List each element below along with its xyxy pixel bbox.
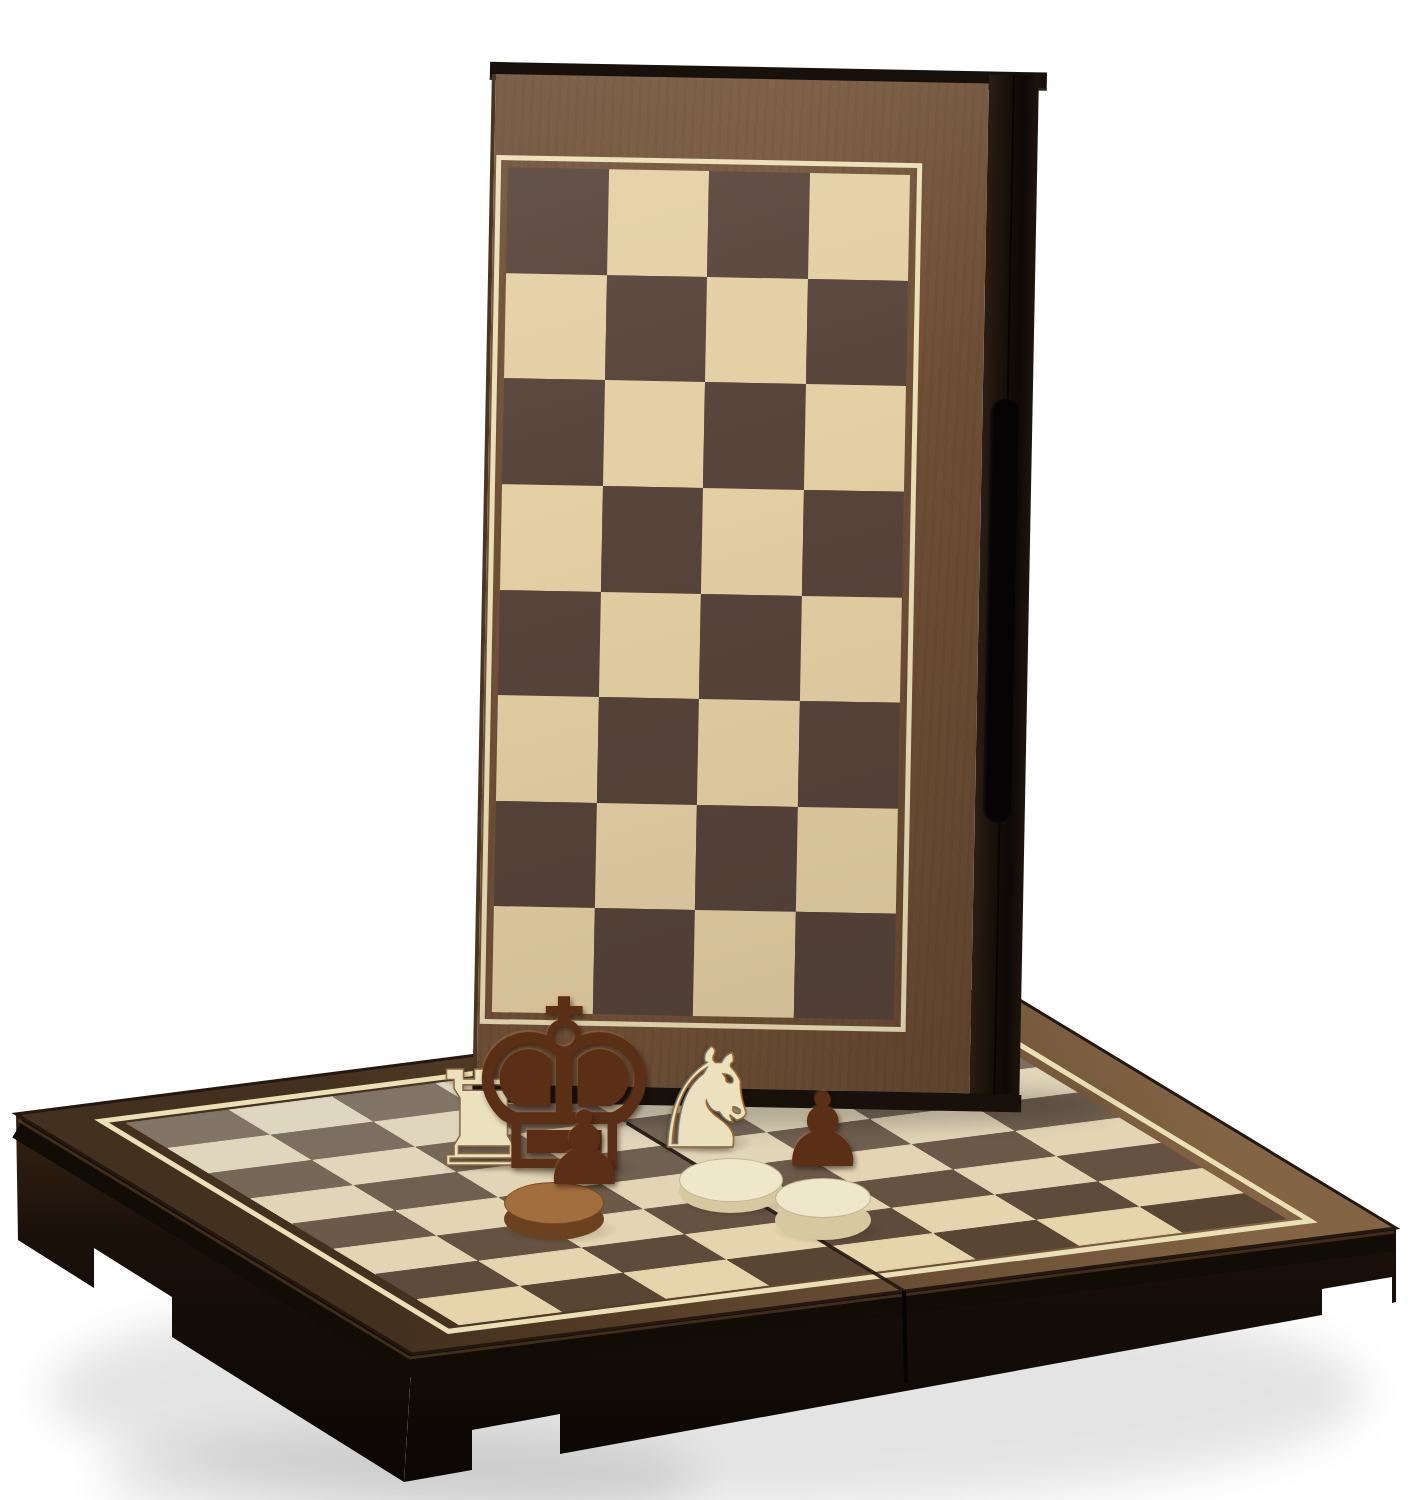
standing-square-r5c3 bbox=[699, 593, 802, 701]
standing-square-r1c3 bbox=[707, 171, 810, 279]
handle-slot bbox=[983, 399, 1019, 823]
standing-square-r7c1 bbox=[494, 801, 597, 909]
standing-square-r7c2 bbox=[594, 803, 697, 911]
standing-square-r3c4 bbox=[803, 384, 906, 492]
standing-square-r5c2 bbox=[598, 592, 701, 700]
standing-square-r6c3 bbox=[697, 699, 800, 807]
standing-square-r8c2 bbox=[592, 908, 695, 1016]
standing-square-r3c2 bbox=[602, 380, 705, 488]
standing-square-r5c4 bbox=[799, 595, 902, 703]
standing-square-r8c4 bbox=[793, 912, 896, 1020]
standing-square-r1c2 bbox=[607, 169, 710, 277]
standing-square-r6c4 bbox=[797, 701, 900, 809]
standing-square-r8c3 bbox=[693, 910, 796, 1018]
standing-square-r3c1 bbox=[502, 378, 605, 486]
standing-square-r1c4 bbox=[808, 173, 911, 281]
standing-square-r7c3 bbox=[695, 805, 798, 913]
standing-square-r2c1 bbox=[504, 273, 607, 381]
standing-board-face bbox=[472, 74, 988, 1093]
standing-square-r4c1 bbox=[500, 484, 603, 592]
standing-square-r5c1 bbox=[498, 590, 601, 698]
standing-board-squares bbox=[492, 167, 910, 1020]
product-photo-scene: ♜♚♟♞♟ bbox=[0, 0, 1423, 1500]
standing-square-r3c3 bbox=[703, 382, 806, 490]
standing-square-r2c3 bbox=[705, 277, 808, 385]
standing-square-r6c2 bbox=[596, 697, 699, 805]
standing-square-r4c3 bbox=[701, 488, 804, 596]
standing-folded-board bbox=[472, 62, 1045, 1112]
standing-square-r6c1 bbox=[496, 695, 599, 803]
fold-seam-side bbox=[904, 1291, 906, 1383]
standing-square-r4c4 bbox=[801, 490, 904, 598]
standing-square-r7c4 bbox=[795, 807, 898, 915]
standing-square-r1c1 bbox=[506, 167, 609, 275]
standing-square-r4c2 bbox=[600, 486, 703, 594]
standing-square-r2c4 bbox=[805, 279, 908, 387]
standing-square-r8c1 bbox=[492, 906, 595, 1014]
standing-square-r2c2 bbox=[605, 275, 708, 383]
